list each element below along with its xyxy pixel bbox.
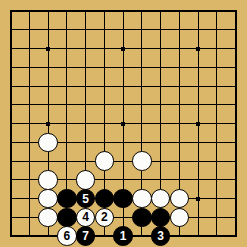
go-stone-white [38, 170, 58, 190]
go-stone-white-move-2: 2 [95, 208, 115, 228]
go-stone-black-move-7: 7 [76, 226, 96, 246]
go-stone-white [38, 189, 58, 209]
go-stone-white [38, 208, 58, 228]
go-stone-black [57, 208, 77, 228]
go-stone-black [57, 189, 77, 209]
go-stone-black [113, 189, 133, 209]
go-stone-white [151, 189, 171, 209]
go-board-diagram: 5426713 [0, 0, 247, 247]
stones-layer: 5426713 [1, 2, 245, 246]
go-stone-black-move-1: 1 [113, 226, 133, 246]
move-number: 1 [120, 230, 127, 242]
move-number: 4 [82, 211, 89, 223]
go-stone-white [170, 208, 190, 228]
move-number: 2 [101, 211, 108, 223]
move-number: 6 [63, 230, 70, 242]
go-stone-white [132, 151, 152, 171]
go-stone-white [132, 189, 152, 209]
go-stone-black [132, 208, 152, 228]
go-stone-white [76, 170, 96, 190]
move-number: 7 [82, 230, 89, 242]
go-stone-white [38, 133, 58, 153]
go-stone-black-move-3: 3 [151, 226, 171, 246]
go-stone-black [95, 189, 115, 209]
go-stone-white [170, 189, 190, 209]
go-stone-black-move-5: 5 [76, 189, 96, 209]
move-number: 5 [82, 192, 89, 204]
go-stone-white-move-6: 6 [57, 226, 77, 246]
go-stone-black [151, 208, 171, 228]
move-number: 3 [157, 230, 164, 242]
go-stone-white [95, 151, 115, 171]
go-stone-white-move-4: 4 [76, 208, 96, 228]
